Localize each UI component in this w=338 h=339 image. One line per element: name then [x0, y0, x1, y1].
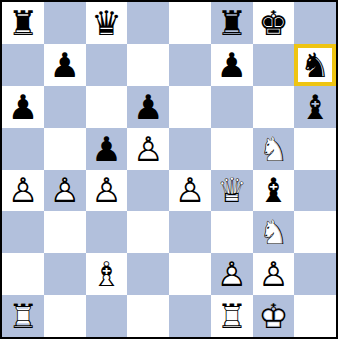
square-b2[interactable]: [44, 253, 86, 295]
black-piece-glyph: ♝: [253, 170, 295, 212]
square-c1[interactable]: [86, 295, 128, 337]
square-e2[interactable]: [169, 253, 211, 295]
black-pawn[interactable]: ♟: [86, 128, 128, 170]
square-h2[interactable]: [294, 253, 336, 295]
square-c5[interactable]: ♟: [86, 128, 128, 170]
white-piece-outline-glyph: ♗: [86, 253, 128, 295]
white-pawn[interactable]: ♟♙: [86, 170, 128, 212]
square-e7[interactable]: [169, 44, 211, 86]
square-b5[interactable]: [44, 128, 86, 170]
black-pawn[interactable]: ♟: [44, 44, 86, 86]
white-piece-fill-glyph: ♚: [253, 295, 295, 337]
white-pawn[interactable]: ♟♙: [2, 170, 44, 212]
white-pawn[interactable]: ♟♙: [44, 170, 86, 212]
black-piece-glyph: ♝: [294, 86, 336, 128]
square-d2[interactable]: [127, 253, 169, 295]
square-b7[interactable]: ♟: [44, 44, 86, 86]
black-rook[interactable]: ♜: [2, 2, 44, 44]
square-f5[interactable]: [211, 128, 253, 170]
square-f2[interactable]: ♟♙: [211, 253, 253, 295]
square-g1[interactable]: ♚♔: [253, 295, 295, 337]
square-a1[interactable]: ♜♖: [2, 295, 44, 337]
white-piece-outline-glyph: ♖: [211, 295, 253, 337]
black-piece-glyph: ♚: [253, 2, 295, 44]
square-d7[interactable]: [127, 44, 169, 86]
square-g6[interactable]: [253, 86, 295, 128]
square-b8[interactable]: [44, 2, 86, 44]
black-bishop[interactable]: ♝: [294, 86, 336, 128]
square-e6[interactable]: [169, 86, 211, 128]
white-piece-outline-glyph: ♙: [86, 170, 128, 212]
white-piece-fill-glyph: ♜: [2, 295, 44, 337]
white-bishop[interactable]: ♝♗: [86, 253, 128, 295]
square-c3[interactable]: [86, 211, 128, 253]
white-piece-outline-glyph: ♙: [211, 253, 253, 295]
square-f1[interactable]: ♜♖: [211, 295, 253, 337]
white-piece-fill-glyph: ♟: [127, 128, 169, 170]
square-h7[interactable]: ♞: [294, 44, 336, 86]
white-king[interactable]: ♚♔: [253, 295, 295, 337]
white-piece-outline-glyph: ♙: [169, 170, 211, 212]
square-c8[interactable]: ♛: [86, 2, 128, 44]
square-a5[interactable]: [2, 128, 44, 170]
white-piece-fill-glyph: ♞: [253, 128, 295, 170]
square-h8[interactable]: [294, 2, 336, 44]
square-c4[interactable]: ♟♙: [86, 170, 128, 212]
black-piece-glyph: ♜: [211, 2, 253, 44]
white-piece-fill-glyph: ♟: [253, 253, 295, 295]
white-piece-fill-glyph: ♟: [211, 253, 253, 295]
white-queen[interactable]: ♛♕: [211, 170, 253, 212]
white-piece-fill-glyph: ♟: [2, 170, 44, 212]
black-queen[interactable]: ♛: [86, 2, 128, 44]
square-h4[interactable]: [294, 170, 336, 212]
square-e4[interactable]: ♟♙: [169, 170, 211, 212]
black-piece-glyph: ♛: [86, 2, 128, 44]
black-knight[interactable]: ♞: [294, 44, 336, 86]
square-a3[interactable]: [2, 211, 44, 253]
square-a8[interactable]: ♜: [2, 2, 44, 44]
black-pawn[interactable]: ♟: [2, 86, 44, 128]
white-piece-fill-glyph: ♟: [169, 170, 211, 212]
black-piece-glyph: ♟: [86, 128, 128, 170]
white-piece-fill-glyph: ♟: [86, 170, 128, 212]
square-c2[interactable]: ♝♗: [86, 253, 128, 295]
square-b4[interactable]: ♟♙: [44, 170, 86, 212]
square-f4[interactable]: ♛♕: [211, 170, 253, 212]
square-e5[interactable]: [169, 128, 211, 170]
square-b1[interactable]: [44, 295, 86, 337]
white-rook[interactable]: ♜♖: [2, 295, 44, 337]
square-e8[interactable]: [169, 2, 211, 44]
square-a4[interactable]: ♟♙: [2, 170, 44, 212]
white-piece-outline-glyph: ♙: [44, 170, 86, 212]
white-piece-outline-glyph: ♖: [2, 295, 44, 337]
white-piece-outline-glyph: ♙: [253, 253, 295, 295]
square-a2[interactable]: [2, 253, 44, 295]
square-d3[interactable]: [127, 211, 169, 253]
square-d4[interactable]: [127, 170, 169, 212]
white-piece-outline-glyph: ♙: [127, 128, 169, 170]
square-d5[interactable]: ♟♙: [127, 128, 169, 170]
chess-board: ♜♛♜♚♟♟♞♟♟♝♟♟♙♞♘♟♙♟♙♟♙♟♙♛♕♝♞♘♝♗♟♙♟♙♜♖♜♖♚♔: [0, 0, 338, 339]
square-g8[interactable]: ♚: [253, 2, 295, 44]
square-c7[interactable]: [86, 44, 128, 86]
square-b3[interactable]: [44, 211, 86, 253]
square-g4[interactable]: ♝: [253, 170, 295, 212]
square-a6[interactable]: ♟: [2, 86, 44, 128]
square-g3[interactable]: ♞♘: [253, 211, 295, 253]
black-piece-glyph: ♟: [211, 44, 253, 86]
black-bishop[interactable]: ♝: [253, 170, 295, 212]
white-pawn[interactable]: ♟♙: [127, 128, 169, 170]
square-f7[interactable]: ♟: [211, 44, 253, 86]
white-piece-fill-glyph: ♜: [211, 295, 253, 337]
white-rook[interactable]: ♜♖: [211, 295, 253, 337]
white-piece-fill-glyph: ♟: [44, 170, 86, 212]
square-e1[interactable]: [169, 295, 211, 337]
white-pawn[interactable]: ♟♙: [169, 170, 211, 212]
white-piece-outline-glyph: ♘: [253, 128, 295, 170]
white-piece-outline-glyph: ♕: [211, 170, 253, 212]
square-g2[interactable]: ♟♙: [253, 253, 295, 295]
square-e3[interactable]: [169, 211, 211, 253]
square-h5[interactable]: [294, 128, 336, 170]
square-f6[interactable]: [211, 86, 253, 128]
white-knight[interactable]: ♞♘: [253, 128, 295, 170]
white-piece-fill-glyph: ♞: [253, 211, 295, 253]
black-piece-glyph: ♟: [127, 86, 169, 128]
square-c6[interactable]: [86, 86, 128, 128]
black-pawn[interactable]: ♟: [127, 86, 169, 128]
square-d6[interactable]: ♟: [127, 86, 169, 128]
square-f8[interactable]: ♜: [211, 2, 253, 44]
square-d1[interactable]: [127, 295, 169, 337]
white-pawn[interactable]: ♟♙: [211, 253, 253, 295]
white-piece-outline-glyph: ♔: [253, 295, 295, 337]
black-piece-glyph: ♞: [294, 44, 336, 86]
white-pawn[interactable]: ♟♙: [253, 253, 295, 295]
white-piece-fill-glyph: ♝: [86, 253, 128, 295]
square-h1[interactable]: [294, 295, 336, 337]
white-piece-fill-glyph: ♛: [211, 170, 253, 212]
square-g5[interactable]: ♞♘: [253, 128, 295, 170]
square-d8[interactable]: [127, 2, 169, 44]
square-g7[interactable]: [253, 44, 295, 86]
black-piece-glyph: ♜: [2, 2, 44, 44]
black-rook[interactable]: ♜: [211, 2, 253, 44]
white-piece-outline-glyph: ♘: [253, 211, 295, 253]
square-a7[interactable]: [2, 44, 44, 86]
white-piece-outline-glyph: ♙: [2, 170, 44, 212]
black-king[interactable]: ♚: [253, 2, 295, 44]
black-piece-glyph: ♟: [2, 86, 44, 128]
square-b6[interactable]: [44, 86, 86, 128]
square-h6[interactable]: ♝: [294, 86, 336, 128]
square-h3[interactable]: [294, 211, 336, 253]
square-f3[interactable]: [211, 211, 253, 253]
white-knight[interactable]: ♞♘: [253, 211, 295, 253]
black-pawn[interactable]: ♟: [211, 44, 253, 86]
black-piece-glyph: ♟: [44, 44, 86, 86]
